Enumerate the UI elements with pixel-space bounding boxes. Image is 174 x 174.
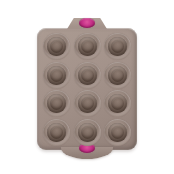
muffin-cup [104,33,131,60]
muffin-cup [43,90,70,117]
muffin-cup [74,62,101,89]
muffin-cup [43,33,70,60]
product-photo [0,0,174,174]
muffin-cup-bowl [108,94,127,113]
muffin-cup-bowl [47,37,66,56]
muffin-cup-bowl [78,37,97,56]
muffin-cup [74,33,101,60]
muffin-cup-bowl [78,94,97,113]
pan-top-grip [79,18,95,28]
muffin-cup [104,119,131,146]
muffin-cup-grid [43,33,131,146]
muffin-cup-bowl [47,94,66,113]
muffin-cup [74,90,101,117]
muffin-cup-bowl [78,123,97,142]
muffin-cup [43,119,70,146]
muffin-cup [43,62,70,89]
muffin-cup [104,90,131,117]
muffin-cup-bowl [108,37,127,56]
muffin-cup-bowl [108,123,127,142]
muffin-cup-bowl [47,123,66,142]
muffin-cup [74,119,101,146]
muffin-cup-bowl [108,66,127,85]
muffin-cup-bowl [78,66,97,85]
muffin-cup [104,62,131,89]
muffin-pan [37,28,137,150]
muffin-cup-bowl [47,66,66,85]
